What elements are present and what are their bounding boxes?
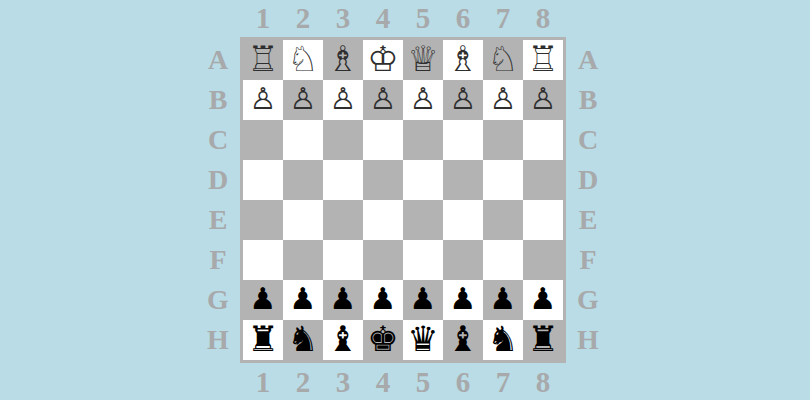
- square-D7[interactable]: [483, 160, 523, 200]
- square-D2[interactable]: [283, 160, 323, 200]
- row-label-left-F-5: F: [198, 240, 238, 280]
- square-B7[interactable]: ♙: [483, 80, 523, 120]
- square-C3[interactable]: [323, 120, 363, 160]
- black-queen: ♛: [407, 322, 438, 357]
- square-F2[interactable]: [283, 240, 323, 280]
- square-E4[interactable]: [363, 200, 403, 240]
- square-C7[interactable]: [483, 120, 523, 160]
- white-pawn: ♙: [290, 84, 317, 114]
- white-king: ♔: [367, 42, 398, 77]
- black-pawn: ♟: [290, 284, 317, 314]
- white-bishop: ♗: [447, 42, 478, 77]
- white-pawn: ♙: [530, 84, 557, 114]
- square-B2[interactable]: ♙: [283, 80, 323, 120]
- white-pawn: ♙: [330, 84, 357, 114]
- white-pawn: ♙: [490, 84, 517, 114]
- column-label-bottom-7-6: 7: [483, 364, 523, 400]
- square-F3[interactable]: [323, 240, 363, 280]
- square-A6[interactable]: ♗: [443, 40, 483, 80]
- square-E5[interactable]: [403, 200, 443, 240]
- row-label-left-E-4: E: [198, 200, 238, 240]
- square-E3[interactable]: [323, 200, 363, 240]
- column-labels-bottom: 12345678: [243, 364, 563, 400]
- square-H3[interactable]: ♝: [323, 320, 363, 360]
- column-label-bottom-8-7: 8: [523, 364, 563, 400]
- square-H1[interactable]: ♜: [243, 320, 283, 360]
- square-A2[interactable]: ♘: [283, 40, 323, 80]
- column-label-top-8-7: 8: [523, 0, 563, 36]
- square-H7[interactable]: ♞: [483, 320, 523, 360]
- square-C6[interactable]: [443, 120, 483, 160]
- square-H2[interactable]: ♞: [283, 320, 323, 360]
- square-G4[interactable]: ♟: [363, 280, 403, 320]
- black-knight: ♞: [487, 322, 518, 357]
- row-label-right-C-2: C: [568, 120, 608, 160]
- column-label-bottom-2-1: 2: [283, 364, 323, 400]
- square-H4[interactable]: ♚: [363, 320, 403, 360]
- row-label-right-B-1: B: [568, 80, 608, 120]
- black-rook: ♜: [527, 322, 558, 357]
- square-G3[interactable]: ♟: [323, 280, 363, 320]
- black-pawn: ♟: [250, 284, 277, 314]
- black-pawn: ♟: [450, 284, 477, 314]
- white-pawn: ♙: [410, 84, 437, 114]
- square-C8[interactable]: [523, 120, 563, 160]
- black-pawn: ♟: [490, 284, 517, 314]
- column-labels-top: 12345678: [243, 0, 563, 36]
- square-G8[interactable]: ♟: [523, 280, 563, 320]
- row-labels-right: ABCDEFGH: [568, 40, 608, 360]
- black-pawn: ♟: [330, 284, 357, 314]
- column-label-bottom-4-3: 4: [363, 364, 403, 400]
- row-labels-left: ABCDEFGH: [198, 40, 238, 360]
- column-label-top-4-3: 4: [363, 0, 403, 36]
- square-H5[interactable]: ♛: [403, 320, 443, 360]
- row-label-right-F-5: F: [568, 240, 608, 280]
- row-label-right-E-4: E: [568, 200, 608, 240]
- square-G6[interactable]: ♟: [443, 280, 483, 320]
- column-label-top-5-4: 5: [403, 0, 443, 36]
- square-E2[interactable]: [283, 200, 323, 240]
- row-label-left-A-0: A: [198, 40, 238, 80]
- square-B4[interactable]: ♙: [363, 80, 403, 120]
- square-D4[interactable]: [363, 160, 403, 200]
- white-pawn: ♙: [450, 84, 477, 114]
- square-F4[interactable]: [363, 240, 403, 280]
- square-E6[interactable]: [443, 200, 483, 240]
- square-B5[interactable]: ♙: [403, 80, 443, 120]
- square-G5[interactable]: ♟: [403, 280, 443, 320]
- square-A5[interactable]: ♕: [403, 40, 443, 80]
- chess-diagram: 12345678 12345678 ABCDEFGH ABCDEFGH ♖♘♗♔…: [0, 0, 810, 400]
- column-label-bottom-3-2: 3: [323, 364, 363, 400]
- square-A3[interactable]: ♗: [323, 40, 363, 80]
- square-A1[interactable]: ♖: [243, 40, 283, 80]
- board: ♖♘♗♔♕♗♘♖♙♙♙♙♙♙♙♙♟♟♟♟♟♟♟♟♜♞♝♚♛♝♞♜: [240, 37, 566, 363]
- square-F5[interactable]: [403, 240, 443, 280]
- square-A4[interactable]: ♔: [363, 40, 403, 80]
- black-bishop: ♝: [327, 322, 358, 357]
- square-B6[interactable]: ♙: [443, 80, 483, 120]
- black-pawn: ♟: [370, 284, 397, 314]
- square-C1[interactable]: [243, 120, 283, 160]
- black-pawn: ♟: [530, 284, 557, 314]
- column-label-bottom-6-5: 6: [443, 364, 483, 400]
- white-pawn: ♙: [250, 84, 277, 114]
- row-label-left-B-1: B: [198, 80, 238, 120]
- square-C4[interactable]: [363, 120, 403, 160]
- square-C2[interactable]: [283, 120, 323, 160]
- white-knight: ♘: [487, 42, 518, 77]
- column-label-top-1-0: 1: [243, 0, 283, 36]
- square-A8[interactable]: ♖: [523, 40, 563, 80]
- black-knight: ♞: [287, 322, 318, 357]
- square-B3[interactable]: ♙: [323, 80, 363, 120]
- square-H8[interactable]: ♜: [523, 320, 563, 360]
- square-C5[interactable]: [403, 120, 443, 160]
- square-B8[interactable]: ♙: [523, 80, 563, 120]
- column-label-top-2-1: 2: [283, 0, 323, 36]
- square-H6[interactable]: ♝: [443, 320, 483, 360]
- row-label-left-G-6: G: [198, 280, 238, 320]
- black-bishop: ♝: [447, 322, 478, 357]
- square-B1[interactable]: ♙: [243, 80, 283, 120]
- row-label-right-H-7: H: [568, 320, 608, 360]
- row-label-right-A-0: A: [568, 40, 608, 80]
- black-king: ♚: [367, 322, 398, 357]
- square-G7[interactable]: ♟: [483, 280, 523, 320]
- square-D3[interactable]: [323, 160, 363, 200]
- row-label-left-C-2: C: [198, 120, 238, 160]
- black-pawn: ♟: [410, 284, 437, 314]
- square-E7[interactable]: [483, 200, 523, 240]
- square-G1[interactable]: ♟: [243, 280, 283, 320]
- column-label-top-7-6: 7: [483, 0, 523, 36]
- white-queen: ♕: [407, 42, 438, 77]
- square-G2[interactable]: ♟: [283, 280, 323, 320]
- square-F8[interactable]: [523, 240, 563, 280]
- column-label-top-3-2: 3: [323, 0, 363, 36]
- white-bishop: ♗: [327, 42, 358, 77]
- square-D6[interactable]: [443, 160, 483, 200]
- square-E8[interactable]: [523, 200, 563, 240]
- white-rook: ♖: [527, 42, 558, 77]
- column-label-bottom-5-4: 5: [403, 364, 443, 400]
- square-A7[interactable]: ♘: [483, 40, 523, 80]
- row-label-right-G-6: G: [568, 280, 608, 320]
- row-label-left-H-7: H: [198, 320, 238, 360]
- square-F7[interactable]: [483, 240, 523, 280]
- white-pawn: ♙: [370, 84, 397, 114]
- row-label-right-D-3: D: [568, 160, 608, 200]
- white-rook: ♖: [247, 42, 278, 77]
- square-F1[interactable]: [243, 240, 283, 280]
- square-E1[interactable]: [243, 200, 283, 240]
- square-D5[interactable]: [403, 160, 443, 200]
- square-D1[interactable]: [243, 160, 283, 200]
- square-D8[interactable]: [523, 160, 563, 200]
- square-F6[interactable]: [443, 240, 483, 280]
- column-label-bottom-1-0: 1: [243, 364, 283, 400]
- row-label-left-D-3: D: [198, 160, 238, 200]
- column-label-top-6-5: 6: [443, 0, 483, 36]
- black-rook: ♜: [247, 322, 278, 357]
- white-knight: ♘: [287, 42, 318, 77]
